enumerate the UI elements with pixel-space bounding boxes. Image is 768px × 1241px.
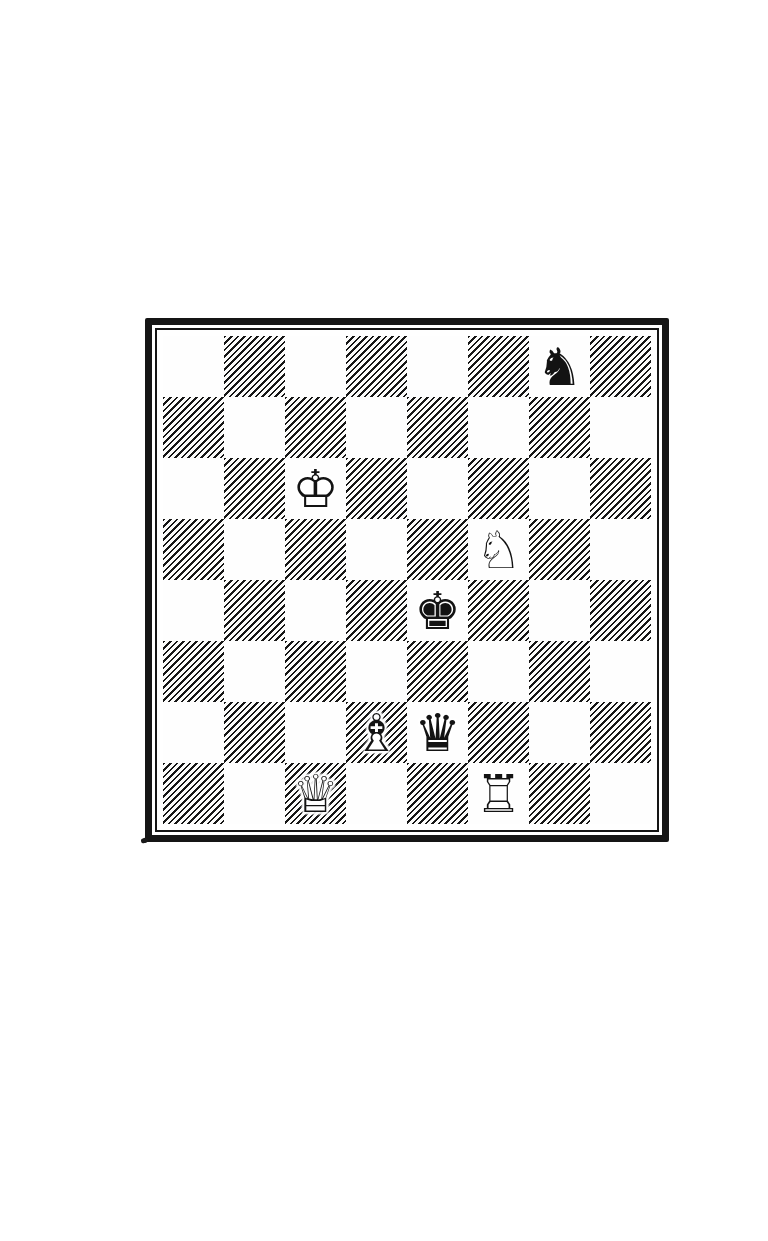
square-c4 bbox=[285, 580, 346, 641]
square-a2 bbox=[163, 702, 224, 763]
square-c1: ♛♕ bbox=[285, 763, 346, 824]
square-b2 bbox=[224, 702, 285, 763]
square-b1 bbox=[224, 763, 285, 824]
black-knight-glyph: ♞ bbox=[529, 336, 590, 397]
square-g6 bbox=[529, 458, 590, 519]
square-a6 bbox=[163, 458, 224, 519]
white-queen-glyph: ♕ bbox=[285, 763, 346, 824]
ink-speck bbox=[140, 837, 148, 844]
square-b6 bbox=[224, 458, 285, 519]
square-f4 bbox=[468, 580, 529, 641]
square-e2: ♛♛ bbox=[407, 702, 468, 763]
square-e7 bbox=[407, 397, 468, 458]
square-b5 bbox=[224, 519, 285, 580]
square-h3 bbox=[590, 641, 651, 702]
square-f7 bbox=[468, 397, 529, 458]
square-d6 bbox=[346, 458, 407, 519]
square-a8 bbox=[163, 336, 224, 397]
white-knight: ♞♘ bbox=[468, 519, 529, 580]
white-bishop: ♝♗ bbox=[346, 702, 407, 763]
black-king-glyph: ♚ bbox=[407, 580, 468, 641]
square-g8: ♞♞ bbox=[529, 336, 590, 397]
black-queen-glyph: ♛ bbox=[407, 702, 468, 763]
square-b8 bbox=[224, 336, 285, 397]
square-h4 bbox=[590, 580, 651, 641]
square-g7 bbox=[529, 397, 590, 458]
book-page: ♞♞♚♔♞♘♚♚♝♗♛♛♛♕♜♖ bbox=[0, 0, 768, 1241]
square-a5 bbox=[163, 519, 224, 580]
white-rook: ♜♖ bbox=[468, 763, 529, 824]
square-f6 bbox=[468, 458, 529, 519]
square-h8 bbox=[590, 336, 651, 397]
square-d7 bbox=[346, 397, 407, 458]
square-f8 bbox=[468, 336, 529, 397]
square-h5 bbox=[590, 519, 651, 580]
square-e6 bbox=[407, 458, 468, 519]
black-knight: ♞♞ bbox=[529, 336, 590, 397]
white-queen: ♛♕ bbox=[285, 763, 346, 824]
square-g2 bbox=[529, 702, 590, 763]
square-d4 bbox=[346, 580, 407, 641]
board-inner-frame: ♞♞♚♔♞♘♚♚♝♗♛♛♛♕♜♖ bbox=[155, 328, 659, 832]
square-b7 bbox=[224, 397, 285, 458]
square-e8 bbox=[407, 336, 468, 397]
square-f2 bbox=[468, 702, 529, 763]
square-f5: ♞♘ bbox=[468, 519, 529, 580]
square-e4: ♚♚ bbox=[407, 580, 468, 641]
square-d1 bbox=[346, 763, 407, 824]
square-e5 bbox=[407, 519, 468, 580]
square-g1 bbox=[529, 763, 590, 824]
square-h2 bbox=[590, 702, 651, 763]
square-g3 bbox=[529, 641, 590, 702]
square-c2 bbox=[285, 702, 346, 763]
square-b4 bbox=[224, 580, 285, 641]
white-rook-glyph: ♖ bbox=[468, 763, 529, 824]
white-knight-glyph: ♘ bbox=[468, 519, 529, 580]
square-a3 bbox=[163, 641, 224, 702]
square-h1 bbox=[590, 763, 651, 824]
square-c5 bbox=[285, 519, 346, 580]
square-d5 bbox=[346, 519, 407, 580]
square-c7 bbox=[285, 397, 346, 458]
square-a4 bbox=[163, 580, 224, 641]
square-c3 bbox=[285, 641, 346, 702]
board-grid: ♞♞♚♔♞♘♚♚♝♗♛♛♛♕♜♖ bbox=[163, 336, 651, 824]
black-queen: ♛♛ bbox=[407, 702, 468, 763]
square-d8 bbox=[346, 336, 407, 397]
square-e1 bbox=[407, 763, 468, 824]
white-king-glyph: ♔ bbox=[285, 458, 346, 519]
square-h6 bbox=[590, 458, 651, 519]
white-bishop-glyph: ♗ bbox=[346, 702, 407, 763]
white-king: ♚♔ bbox=[285, 458, 346, 519]
square-c6: ♚♔ bbox=[285, 458, 346, 519]
black-king: ♚♚ bbox=[407, 580, 468, 641]
square-c8 bbox=[285, 336, 346, 397]
square-g4 bbox=[529, 580, 590, 641]
square-a1 bbox=[163, 763, 224, 824]
square-b3 bbox=[224, 641, 285, 702]
square-h7 bbox=[590, 397, 651, 458]
square-d2: ♝♗ bbox=[346, 702, 407, 763]
square-g5 bbox=[529, 519, 590, 580]
square-e3 bbox=[407, 641, 468, 702]
square-f3 bbox=[468, 641, 529, 702]
chess-board: ♞♞♚♔♞♘♚♚♝♗♛♛♛♕♜♖ bbox=[145, 318, 669, 842]
square-d3 bbox=[346, 641, 407, 702]
square-a7 bbox=[163, 397, 224, 458]
square-f1: ♜♖ bbox=[468, 763, 529, 824]
